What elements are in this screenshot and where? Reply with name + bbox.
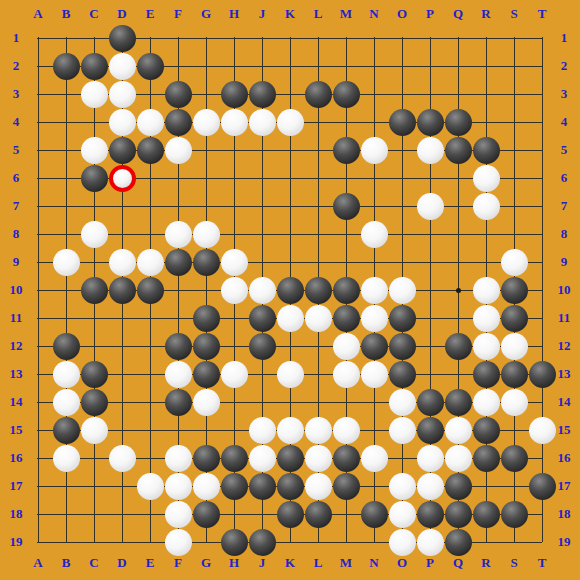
intersection-G7[interactable]: [192, 192, 220, 220]
intersection-L4[interactable]: [304, 108, 332, 136]
intersection-E9[interactable]: [136, 248, 164, 276]
intersection-C11[interactable]: [80, 304, 108, 332]
intersection-F7[interactable]: [164, 192, 192, 220]
intersection-S17[interactable]: [500, 472, 528, 500]
intersection-E7[interactable]: [136, 192, 164, 220]
intersection-G3[interactable]: [192, 80, 220, 108]
intersection-A3[interactable]: [24, 80, 52, 108]
intersection-E11[interactable]: [136, 304, 164, 332]
intersection-C14[interactable]: [80, 388, 108, 416]
intersection-R13[interactable]: [472, 360, 500, 388]
intersection-C5[interactable]: [80, 136, 108, 164]
intersection-D12[interactable]: [108, 332, 136, 360]
intersection-F9[interactable]: [164, 248, 192, 276]
intersection-P16[interactable]: [416, 444, 444, 472]
intersection-L19[interactable]: [304, 528, 332, 556]
intersection-F6[interactable]: [164, 164, 192, 192]
intersection-C12[interactable]: [80, 332, 108, 360]
intersection-H4[interactable]: [220, 108, 248, 136]
intersection-E14[interactable]: [136, 388, 164, 416]
intersection-B8[interactable]: [52, 220, 80, 248]
intersection-M10[interactable]: [332, 276, 360, 304]
intersection-A16[interactable]: [24, 444, 52, 472]
intersection-F4[interactable]: [164, 108, 192, 136]
intersection-P1[interactable]: [416, 24, 444, 52]
intersection-K13[interactable]: [276, 360, 304, 388]
intersection-A9[interactable]: [24, 248, 52, 276]
intersection-Q17[interactable]: [444, 472, 472, 500]
intersection-N3[interactable]: [360, 80, 388, 108]
intersection-M13[interactable]: [332, 360, 360, 388]
intersection-M1[interactable]: [332, 24, 360, 52]
intersection-G16[interactable]: [192, 444, 220, 472]
intersection-J18[interactable]: [248, 500, 276, 528]
intersection-A2[interactable]: [24, 52, 52, 80]
intersection-N16[interactable]: [360, 444, 388, 472]
intersection-B4[interactable]: [52, 108, 80, 136]
intersection-O5[interactable]: [388, 136, 416, 164]
intersection-E17[interactable]: [136, 472, 164, 500]
intersection-K11[interactable]: [276, 304, 304, 332]
intersection-L10[interactable]: [304, 276, 332, 304]
intersection-F19[interactable]: [164, 528, 192, 556]
intersection-J7[interactable]: [248, 192, 276, 220]
intersection-M16[interactable]: [332, 444, 360, 472]
intersection-M4[interactable]: [332, 108, 360, 136]
intersection-B10[interactable]: [52, 276, 80, 304]
intersection-F13[interactable]: [164, 360, 192, 388]
intersection-B15[interactable]: [52, 416, 80, 444]
intersection-A11[interactable]: [24, 304, 52, 332]
intersection-P8[interactable]: [416, 220, 444, 248]
intersection-K10[interactable]: [276, 276, 304, 304]
intersection-O16[interactable]: [388, 444, 416, 472]
intersection-N10[interactable]: [360, 276, 388, 304]
intersection-E2[interactable]: [136, 52, 164, 80]
intersection-J8[interactable]: [248, 220, 276, 248]
intersection-G17[interactable]: [192, 472, 220, 500]
intersection-K9[interactable]: [276, 248, 304, 276]
intersection-G9[interactable]: [192, 248, 220, 276]
intersection-G10[interactable]: [192, 276, 220, 304]
intersection-R3[interactable]: [472, 80, 500, 108]
intersection-J15[interactable]: [248, 416, 276, 444]
intersection-H8[interactable]: [220, 220, 248, 248]
intersection-F1[interactable]: [164, 24, 192, 52]
intersection-R5[interactable]: [472, 136, 500, 164]
intersection-S4[interactable]: [500, 108, 528, 136]
intersection-P15[interactable]: [416, 416, 444, 444]
intersection-K7[interactable]: [276, 192, 304, 220]
intersection-E1[interactable]: [136, 24, 164, 52]
intersection-J3[interactable]: [248, 80, 276, 108]
intersection-N7[interactable]: [360, 192, 388, 220]
intersection-E8[interactable]: [136, 220, 164, 248]
intersection-A13[interactable]: [24, 360, 52, 388]
intersection-N8[interactable]: [360, 220, 388, 248]
intersection-A15[interactable]: [24, 416, 52, 444]
intersection-B14[interactable]: [52, 388, 80, 416]
intersection-C13[interactable]: [80, 360, 108, 388]
intersection-S14[interactable]: [500, 388, 528, 416]
intersection-C18[interactable]: [80, 500, 108, 528]
intersection-J6[interactable]: [248, 164, 276, 192]
intersection-O3[interactable]: [388, 80, 416, 108]
intersection-G4[interactable]: [192, 108, 220, 136]
intersection-N2[interactable]: [360, 52, 388, 80]
intersection-P17[interactable]: [416, 472, 444, 500]
intersection-L11[interactable]: [304, 304, 332, 332]
intersection-J13[interactable]: [248, 360, 276, 388]
intersection-N13[interactable]: [360, 360, 388, 388]
intersection-J17[interactable]: [248, 472, 276, 500]
intersection-O15[interactable]: [388, 416, 416, 444]
intersection-R2[interactable]: [472, 52, 500, 80]
intersection-Q9[interactable]: [444, 248, 472, 276]
intersection-K6[interactable]: [276, 164, 304, 192]
intersection-S9[interactable]: [500, 248, 528, 276]
intersection-D7[interactable]: [108, 192, 136, 220]
intersection-J12[interactable]: [248, 332, 276, 360]
intersection-L9[interactable]: [304, 248, 332, 276]
intersection-C3[interactable]: [80, 80, 108, 108]
intersection-E4[interactable]: [136, 108, 164, 136]
intersection-G1[interactable]: [192, 24, 220, 52]
intersection-S3[interactable]: [500, 80, 528, 108]
intersection-R4[interactable]: [472, 108, 500, 136]
intersection-N19[interactable]: [360, 528, 388, 556]
intersection-E3[interactable]: [136, 80, 164, 108]
intersection-F3[interactable]: [164, 80, 192, 108]
intersection-P10[interactable]: [416, 276, 444, 304]
intersection-R1[interactable]: [472, 24, 500, 52]
intersection-H10[interactable]: [220, 276, 248, 304]
intersection-M9[interactable]: [332, 248, 360, 276]
intersection-K19[interactable]: [276, 528, 304, 556]
intersection-K5[interactable]: [276, 136, 304, 164]
intersection-G19[interactable]: [192, 528, 220, 556]
intersection-B17[interactable]: [52, 472, 80, 500]
intersection-R14[interactable]: [472, 388, 500, 416]
intersection-R8[interactable]: [472, 220, 500, 248]
intersection-D5[interactable]: [108, 136, 136, 164]
intersection-Q3[interactable]: [444, 80, 472, 108]
intersection-P2[interactable]: [416, 52, 444, 80]
intersection-S5[interactable]: [500, 136, 528, 164]
intersection-P11[interactable]: [416, 304, 444, 332]
intersection-D2[interactable]: [108, 52, 136, 80]
intersection-G15[interactable]: [192, 416, 220, 444]
intersection-Q2[interactable]: [444, 52, 472, 80]
intersection-B2[interactable]: [52, 52, 80, 80]
intersection-S12[interactable]: [500, 332, 528, 360]
intersection-R17[interactable]: [472, 472, 500, 500]
intersection-B16[interactable]: [52, 444, 80, 472]
intersection-A10[interactable]: [24, 276, 52, 304]
intersection-C8[interactable]: [80, 220, 108, 248]
intersection-P12[interactable]: [416, 332, 444, 360]
intersection-A19[interactable]: [24, 528, 52, 556]
intersection-O10[interactable]: [388, 276, 416, 304]
intersection-S8[interactable]: [500, 220, 528, 248]
intersection-H6[interactable]: [220, 164, 248, 192]
intersection-F18[interactable]: [164, 500, 192, 528]
intersection-P3[interactable]: [416, 80, 444, 108]
intersection-H7[interactable]: [220, 192, 248, 220]
intersection-D14[interactable]: [108, 388, 136, 416]
intersection-E15[interactable]: [136, 416, 164, 444]
intersection-G14[interactable]: [192, 388, 220, 416]
intersection-A7[interactable]: [24, 192, 52, 220]
intersection-C6[interactable]: [80, 164, 108, 192]
intersection-Q12[interactable]: [444, 332, 472, 360]
intersection-D13[interactable]: [108, 360, 136, 388]
intersection-N5[interactable]: [360, 136, 388, 164]
intersection-G5[interactable]: [192, 136, 220, 164]
intersection-S7[interactable]: [500, 192, 528, 220]
intersection-J19[interactable]: [248, 528, 276, 556]
intersection-F17[interactable]: [164, 472, 192, 500]
intersection-O9[interactable]: [388, 248, 416, 276]
intersection-L3[interactable]: [304, 80, 332, 108]
intersection-K16[interactable]: [276, 444, 304, 472]
intersection-H1[interactable]: [220, 24, 248, 52]
intersection-P13[interactable]: [416, 360, 444, 388]
intersection-G18[interactable]: [192, 500, 220, 528]
intersection-F16[interactable]: [164, 444, 192, 472]
intersection-S15[interactable]: [500, 416, 528, 444]
intersection-A4[interactable]: [24, 108, 52, 136]
intersection-L7[interactable]: [304, 192, 332, 220]
intersection-M2[interactable]: [332, 52, 360, 80]
intersection-R9[interactable]: [472, 248, 500, 276]
intersection-J1[interactable]: [248, 24, 276, 52]
intersection-A1[interactable]: [24, 24, 52, 52]
intersection-O7[interactable]: [388, 192, 416, 220]
intersection-F15[interactable]: [164, 416, 192, 444]
intersection-E18[interactable]: [136, 500, 164, 528]
intersection-J11[interactable]: [248, 304, 276, 332]
intersection-M3[interactable]: [332, 80, 360, 108]
intersection-A5[interactable]: [24, 136, 52, 164]
intersection-R18[interactable]: [472, 500, 500, 528]
intersection-R12[interactable]: [472, 332, 500, 360]
intersection-B12[interactable]: [52, 332, 80, 360]
intersection-H3[interactable]: [220, 80, 248, 108]
intersection-K1[interactable]: [276, 24, 304, 52]
intersection-D10[interactable]: [108, 276, 136, 304]
intersection-O2[interactable]: [388, 52, 416, 80]
intersection-O12[interactable]: [388, 332, 416, 360]
intersection-E16[interactable]: [136, 444, 164, 472]
intersection-M19[interactable]: [332, 528, 360, 556]
intersection-H16[interactable]: [220, 444, 248, 472]
intersection-P6[interactable]: [416, 164, 444, 192]
intersection-N11[interactable]: [360, 304, 388, 332]
intersection-D8[interactable]: [108, 220, 136, 248]
intersection-S2[interactable]: [500, 52, 528, 80]
intersection-E19[interactable]: [136, 528, 164, 556]
intersection-C4[interactable]: [80, 108, 108, 136]
intersection-A17[interactable]: [24, 472, 52, 500]
intersection-A12[interactable]: [24, 332, 52, 360]
intersection-B3[interactable]: [52, 80, 80, 108]
intersection-D4[interactable]: [108, 108, 136, 136]
intersection-H2[interactable]: [220, 52, 248, 80]
intersection-N14[interactable]: [360, 388, 388, 416]
intersection-F10[interactable]: [164, 276, 192, 304]
intersection-S18[interactable]: [500, 500, 528, 528]
intersection-M7[interactable]: [332, 192, 360, 220]
intersection-P4[interactable]: [416, 108, 444, 136]
intersection-J4[interactable]: [248, 108, 276, 136]
intersection-H9[interactable]: [220, 248, 248, 276]
intersection-B13[interactable]: [52, 360, 80, 388]
intersection-K17[interactable]: [276, 472, 304, 500]
intersection-P5[interactable]: [416, 136, 444, 164]
intersection-F8[interactable]: [164, 220, 192, 248]
intersection-C9[interactable]: [80, 248, 108, 276]
intersection-Q14[interactable]: [444, 388, 472, 416]
intersection-D6[interactable]: [108, 164, 136, 192]
intersection-J9[interactable]: [248, 248, 276, 276]
intersection-K8[interactable]: [276, 220, 304, 248]
intersection-Q16[interactable]: [444, 444, 472, 472]
intersection-Q1[interactable]: [444, 24, 472, 52]
intersection-R16[interactable]: [472, 444, 500, 472]
intersection-H13[interactable]: [220, 360, 248, 388]
intersection-L12[interactable]: [304, 332, 332, 360]
intersection-O13[interactable]: [388, 360, 416, 388]
intersection-R7[interactable]: [472, 192, 500, 220]
intersection-K2[interactable]: [276, 52, 304, 80]
intersection-K4[interactable]: [276, 108, 304, 136]
intersection-N4[interactable]: [360, 108, 388, 136]
intersection-O17[interactable]: [388, 472, 416, 500]
intersection-S6[interactable]: [500, 164, 528, 192]
intersection-B19[interactable]: [52, 528, 80, 556]
intersection-P14[interactable]: [416, 388, 444, 416]
intersection-J10[interactable]: [248, 276, 276, 304]
intersection-A8[interactable]: [24, 220, 52, 248]
intersection-A14[interactable]: [24, 388, 52, 416]
intersection-L17[interactable]: [304, 472, 332, 500]
intersection-B6[interactable]: [52, 164, 80, 192]
intersection-O1[interactable]: [388, 24, 416, 52]
intersection-D15[interactable]: [108, 416, 136, 444]
intersection-Q8[interactable]: [444, 220, 472, 248]
intersection-M18[interactable]: [332, 500, 360, 528]
intersection-M6[interactable]: [332, 164, 360, 192]
intersection-R6[interactable]: [472, 164, 500, 192]
intersection-D11[interactable]: [108, 304, 136, 332]
intersection-F5[interactable]: [164, 136, 192, 164]
intersection-C2[interactable]: [80, 52, 108, 80]
intersection-S16[interactable]: [500, 444, 528, 472]
intersection-M5[interactable]: [332, 136, 360, 164]
intersection-H14[interactable]: [220, 388, 248, 416]
intersection-B1[interactable]: [52, 24, 80, 52]
intersection-L2[interactable]: [304, 52, 332, 80]
intersection-C15[interactable]: [80, 416, 108, 444]
intersection-M14[interactable]: [332, 388, 360, 416]
intersection-D17[interactable]: [108, 472, 136, 500]
intersection-M12[interactable]: [332, 332, 360, 360]
intersection-H19[interactable]: [220, 528, 248, 556]
intersection-C7[interactable]: [80, 192, 108, 220]
intersection-C16[interactable]: [80, 444, 108, 472]
intersection-Q6[interactable]: [444, 164, 472, 192]
intersection-C17[interactable]: [80, 472, 108, 500]
intersection-D1[interactable]: [108, 24, 136, 52]
intersection-P7[interactable]: [416, 192, 444, 220]
intersection-L18[interactable]: [304, 500, 332, 528]
intersection-E10[interactable]: [136, 276, 164, 304]
intersection-H5[interactable]: [220, 136, 248, 164]
intersection-Q4[interactable]: [444, 108, 472, 136]
intersection-G11[interactable]: [192, 304, 220, 332]
intersection-C10[interactable]: [80, 276, 108, 304]
intersection-J2[interactable]: [248, 52, 276, 80]
intersection-E6[interactable]: [136, 164, 164, 192]
intersection-J5[interactable]: [248, 136, 276, 164]
intersection-L13[interactable]: [304, 360, 332, 388]
intersection-S13[interactable]: [500, 360, 528, 388]
intersection-R19[interactable]: [472, 528, 500, 556]
intersection-C1[interactable]: [80, 24, 108, 52]
intersection-E13[interactable]: [136, 360, 164, 388]
intersection-Q7[interactable]: [444, 192, 472, 220]
intersection-P9[interactable]: [416, 248, 444, 276]
intersection-L5[interactable]: [304, 136, 332, 164]
intersection-B9[interactable]: [52, 248, 80, 276]
intersection-A6[interactable]: [24, 164, 52, 192]
intersection-S10[interactable]: [500, 276, 528, 304]
intersection-G2[interactable]: [192, 52, 220, 80]
intersection-M11[interactable]: [332, 304, 360, 332]
intersection-B5[interactable]: [52, 136, 80, 164]
intersection-F2[interactable]: [164, 52, 192, 80]
intersection-D18[interactable]: [108, 500, 136, 528]
intersection-N18[interactable]: [360, 500, 388, 528]
intersection-M8[interactable]: [332, 220, 360, 248]
intersection-L1[interactable]: [304, 24, 332, 52]
intersection-Q10[interactable]: [444, 276, 472, 304]
intersection-H17[interactable]: [220, 472, 248, 500]
intersection-P18[interactable]: [416, 500, 444, 528]
intersection-Q5[interactable]: [444, 136, 472, 164]
intersection-R10[interactable]: [472, 276, 500, 304]
intersection-O8[interactable]: [388, 220, 416, 248]
intersection-O6[interactable]: [388, 164, 416, 192]
intersection-Q13[interactable]: [444, 360, 472, 388]
intersection-Q11[interactable]: [444, 304, 472, 332]
intersection-S11[interactable]: [500, 304, 528, 332]
intersection-F12[interactable]: [164, 332, 192, 360]
intersection-L16[interactable]: [304, 444, 332, 472]
intersection-N9[interactable]: [360, 248, 388, 276]
intersection-P19[interactable]: [416, 528, 444, 556]
intersection-N17[interactable]: [360, 472, 388, 500]
intersection-K12[interactable]: [276, 332, 304, 360]
intersection-O19[interactable]: [388, 528, 416, 556]
intersection-F14[interactable]: [164, 388, 192, 416]
intersection-D9[interactable]: [108, 248, 136, 276]
intersection-L15[interactable]: [304, 416, 332, 444]
intersection-F11[interactable]: [164, 304, 192, 332]
intersection-O18[interactable]: [388, 500, 416, 528]
intersection-L8[interactable]: [304, 220, 332, 248]
